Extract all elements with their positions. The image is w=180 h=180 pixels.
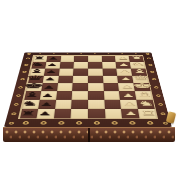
square [116,62,131,69]
square [88,76,103,83]
square [29,69,45,76]
square [41,83,57,91]
brass-ring-icon [22,71,27,73]
square [22,100,40,109]
square [40,91,57,99]
square [74,62,88,69]
brass-ring-icon [145,53,149,55]
square [102,62,117,69]
brass-ring-icon [58,121,64,124]
square [57,83,73,91]
square [44,69,59,76]
square [120,100,138,109]
brass-ring-icon [41,121,47,124]
brass-ring-icon [158,103,163,106]
square [103,76,119,83]
brass-ring-icon [94,121,100,124]
square [72,83,88,91]
square [88,69,103,76]
brass-ring-icon [76,121,82,124]
brass-ring-icon [18,86,23,88]
square [73,69,88,76]
square [104,100,121,109]
square [88,91,104,99]
square [117,76,133,83]
square [72,91,88,99]
square [131,69,147,76]
square [38,100,56,109]
chess-board: ♜♟♟♜♞♟♟♞♝♟♟♝♛♟♟♛♚♟♟♚♝♟♟♝♞♟♟♞♜♟♟♜ [4,52,172,127]
brass-ring-icon [25,57,29,59]
square [105,109,123,119]
square [117,69,132,76]
square [88,83,104,91]
square [133,83,150,91]
square [130,62,145,69]
brass-ring-icon [112,121,118,124]
square [59,62,74,69]
brass-ring-icon [148,64,152,66]
brass-ring-icon [147,121,153,124]
square [59,69,74,76]
brass-ring-icon [15,94,20,96]
brass-ring-icon [155,94,160,96]
square [102,69,117,76]
square [20,109,39,119]
square [26,83,43,91]
square [103,83,119,91]
square [118,83,134,91]
square [138,109,157,119]
square [73,76,88,83]
brass-ring-icon [146,57,150,59]
square [132,76,148,83]
square [55,100,72,109]
square [88,109,105,119]
square [37,109,55,119]
brass-ring-icon [24,64,28,66]
board-squares [20,56,157,119]
square [88,62,102,69]
square [31,62,46,69]
board-inlay-line [18,55,158,119]
box-front-face [3,127,175,142]
square [135,91,153,99]
square [58,76,74,83]
square [24,91,42,99]
brass-ring-icon [27,53,31,55]
brass-ring-icon [23,121,29,124]
square [121,109,139,119]
brass-ring-icon [150,71,155,73]
square [54,109,72,119]
square [71,100,88,109]
square [43,76,59,83]
square [88,100,105,109]
chess-set-photo: ♜♟♟♜♞♟♟♞♝♟♟♝♛♟♟♛♚♟♟♚♝♟♟♝♞♟♟♞♜♟♟♜ [0,0,180,180]
square [71,109,88,119]
square [56,91,73,99]
brass-ring-icon [129,121,135,124]
board-frame [4,52,172,127]
square [104,91,121,99]
square [119,91,136,99]
square [136,100,154,109]
square [45,62,60,69]
brass-ring-icon [153,86,158,88]
fold-seam [88,128,90,142]
brass-latch-icon [166,111,176,124]
square [28,76,44,83]
brass-ring-icon [8,122,14,125]
